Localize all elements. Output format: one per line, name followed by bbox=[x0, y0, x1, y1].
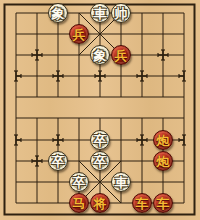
board-grid bbox=[0, 0, 200, 220]
red-general-glyph: 将 bbox=[94, 197, 107, 210]
piece-red-horse[interactable]: 马 bbox=[69, 193, 89, 213]
piece-white-chariot[interactable]: 車 bbox=[90, 3, 110, 23]
red-chariot-glyph: 车 bbox=[157, 197, 170, 210]
piece-white-soldier[interactable]: 卒 bbox=[69, 172, 89, 192]
piece-red-chariot[interactable]: 车 bbox=[132, 193, 152, 213]
piece-red-soldier[interactable]: 兵 bbox=[111, 45, 131, 65]
piece-white-soldier[interactable]: 卒 bbox=[48, 151, 68, 171]
piece-white-general[interactable]: 帅 bbox=[111, 3, 131, 23]
white-soldier-glyph: 卒 bbox=[52, 155, 65, 168]
piece-red-cannon[interactable]: 炮 bbox=[153, 130, 173, 150]
piece-red-chariot[interactable]: 车 bbox=[153, 193, 173, 213]
piece-red-general[interactable]: 将 bbox=[90, 193, 110, 213]
piece-white-elephant[interactable]: 象 bbox=[48, 3, 68, 23]
white-chariot-glyph: 車 bbox=[94, 7, 107, 20]
white-elephant-glyph: 象 bbox=[52, 7, 65, 20]
piece-red-soldier[interactable]: 兵 bbox=[69, 24, 89, 44]
red-horse-glyph: 马 bbox=[73, 197, 86, 210]
red-chariot-glyph: 车 bbox=[136, 197, 149, 210]
white-chariot-glyph: 車 bbox=[115, 176, 128, 189]
piece-red-cannon[interactable]: 炮 bbox=[153, 151, 173, 171]
red-soldier-glyph: 兵 bbox=[115, 49, 128, 62]
white-soldier-glyph: 卒 bbox=[73, 176, 86, 189]
white-soldier-glyph: 卒 bbox=[94, 155, 107, 168]
piece-white-soldier[interactable]: 卒 bbox=[90, 130, 110, 150]
piece-white-elephant[interactable]: 象 bbox=[90, 45, 110, 65]
xiangqi-board[interactable]: 象車帅兵象兵卒炮卒卒炮卒車马将车车 bbox=[0, 0, 200, 220]
white-general-glyph: 帅 bbox=[115, 7, 128, 20]
white-soldier-glyph: 卒 bbox=[94, 134, 107, 147]
piece-white-soldier[interactable]: 卒 bbox=[90, 151, 110, 171]
red-soldier-glyph: 兵 bbox=[73, 28, 86, 41]
piece-white-chariot[interactable]: 車 bbox=[111, 172, 131, 192]
white-elephant-glyph: 象 bbox=[94, 49, 107, 62]
xiangqi-app: 象車帅兵象兵卒炮卒卒炮卒車马将车车 bbox=[0, 0, 200, 220]
red-cannon-glyph: 炮 bbox=[157, 155, 170, 168]
red-cannon-glyph: 炮 bbox=[157, 134, 170, 147]
